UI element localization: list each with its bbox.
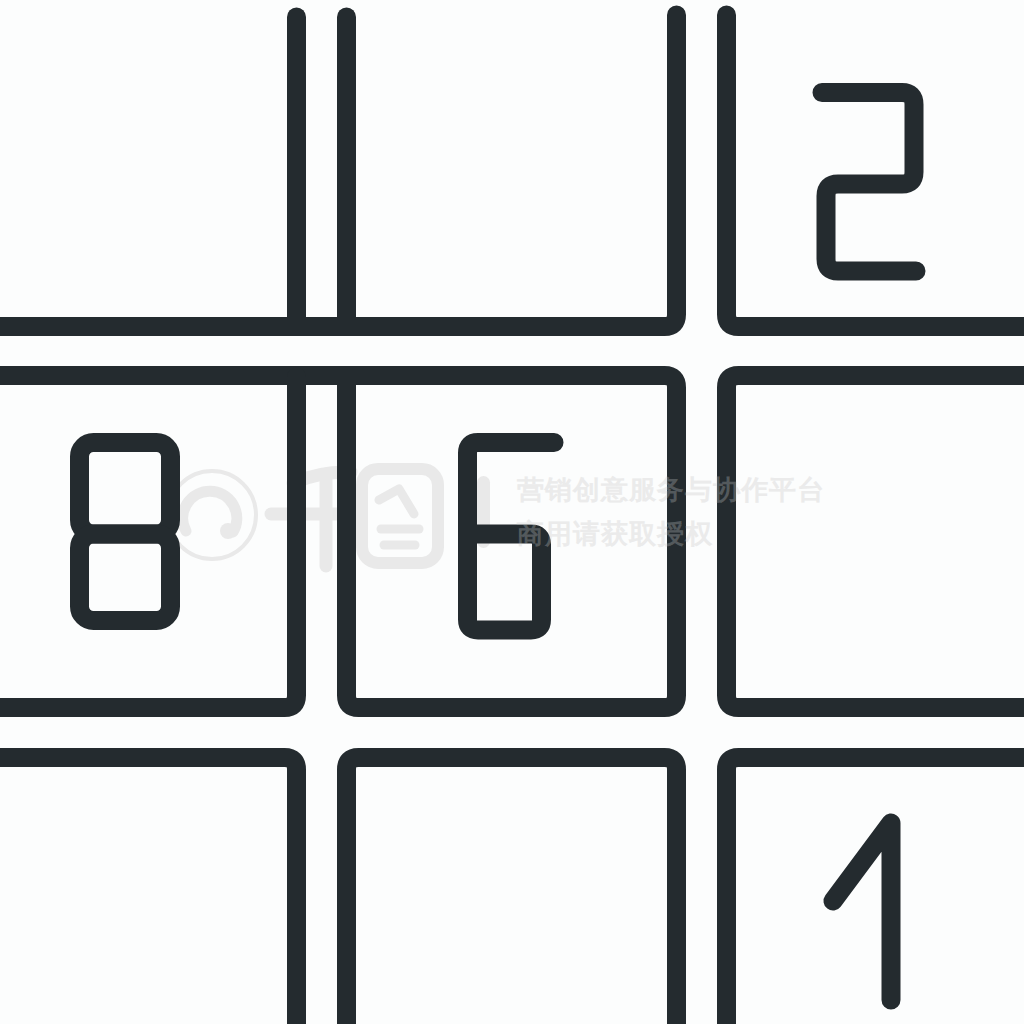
digit-2-glyph <box>822 93 916 272</box>
sudoku-grid-artwork <box>0 0 1024 1024</box>
grid-lines <box>0 15 1024 1024</box>
bottom-right-cell-edges <box>727 758 1024 1024</box>
digit-6-glyph <box>468 443 555 631</box>
digit-8-glyph <box>80 443 171 621</box>
digit-1-glyph <box>833 823 891 1000</box>
sudoku-icon-image: { "game": "sudoku", "image_type": "stock… <box>0 0 1024 1024</box>
right-middle-cell-edges <box>727 376 1024 708</box>
bottom-center-cell-edges <box>347 758 677 1024</box>
bottom-left-cell-edges <box>0 758 297 1024</box>
